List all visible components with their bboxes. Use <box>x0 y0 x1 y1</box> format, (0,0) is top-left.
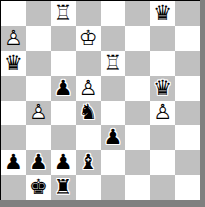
square-d8[interactable] <box>76 1 101 26</box>
square-h4[interactable] <box>175 101 200 126</box>
white-pawn-icon: ♟♙ <box>153 102 172 123</box>
square-f6[interactable] <box>125 51 150 76</box>
square-d3[interactable] <box>76 125 101 150</box>
square-e4[interactable] <box>101 101 126 126</box>
square-d1[interactable] <box>76 175 101 200</box>
square-h3[interactable] <box>175 125 200 150</box>
square-e6[interactable]: ♜♖ <box>101 51 126 76</box>
square-c6[interactable] <box>51 51 76 76</box>
black-queen-icon: ♛ <box>153 78 172 99</box>
square-f8[interactable] <box>125 1 150 26</box>
square-f2[interactable] <box>125 150 150 175</box>
square-h1[interactable] <box>175 175 200 200</box>
board-frame: ♜♖♛♟♙♚♔♛♜♖♟♟♙♛♟♙♞♟♙♟♟♟♟♝♚♜ <box>0 0 205 207</box>
square-c8[interactable]: ♜♖ <box>51 1 76 26</box>
square-b7[interactable] <box>26 26 51 51</box>
square-a5[interactable] <box>1 76 26 101</box>
black-knight-icon: ♞ <box>79 102 98 123</box>
square-a3[interactable] <box>1 125 26 150</box>
black-pawn-icon: ♟ <box>54 78 73 99</box>
square-f3[interactable] <box>125 125 150 150</box>
square-b8[interactable] <box>26 1 51 26</box>
square-e1[interactable] <box>101 175 126 200</box>
square-b5[interactable] <box>26 76 51 101</box>
square-b1[interactable]: ♚ <box>26 175 51 200</box>
black-pawn-icon: ♟ <box>54 152 73 173</box>
square-g1[interactable] <box>150 175 175 200</box>
square-f5[interactable] <box>125 76 150 101</box>
square-f4[interactable] <box>125 101 150 126</box>
white-pawn-icon: ♟♙ <box>4 28 23 49</box>
black-pawn-icon: ♟ <box>29 152 48 173</box>
square-a4[interactable] <box>1 101 26 126</box>
square-e8[interactable] <box>101 1 126 26</box>
black-bishop-icon: ♝ <box>79 152 98 173</box>
square-a1[interactable] <box>1 175 26 200</box>
square-a8[interactable] <box>1 1 26 26</box>
square-c2[interactable]: ♟ <box>51 150 76 175</box>
square-c1[interactable]: ♜ <box>51 175 76 200</box>
white-rook-icon: ♜♖ <box>54 3 73 24</box>
white-pawn-icon: ♟♙ <box>29 102 48 123</box>
black-queen-icon: ♛ <box>153 3 172 24</box>
square-e7[interactable] <box>101 26 126 51</box>
black-king-icon: ♚ <box>29 177 48 198</box>
square-g4[interactable]: ♟♙ <box>150 101 175 126</box>
square-f1[interactable] <box>125 175 150 200</box>
square-d5[interactable]: ♟♙ <box>76 76 101 101</box>
square-a7[interactable]: ♟♙ <box>1 26 26 51</box>
black-queen-icon: ♛ <box>4 53 23 74</box>
square-g7[interactable] <box>150 26 175 51</box>
square-c4[interactable] <box>51 101 76 126</box>
square-b6[interactable] <box>26 51 51 76</box>
square-h8[interactable] <box>175 1 200 26</box>
square-g8[interactable]: ♛ <box>150 1 175 26</box>
square-h7[interactable] <box>175 26 200 51</box>
white-king-icon: ♚♔ <box>79 28 98 49</box>
square-c5[interactable]: ♟ <box>51 76 76 101</box>
chess-board: ♜♖♛♟♙♚♔♛♜♖♟♟♙♛♟♙♞♟♙♟♟♟♟♝♚♜ <box>0 0 200 200</box>
white-pawn-icon: ♟♙ <box>79 78 98 99</box>
square-b3[interactable] <box>26 125 51 150</box>
square-a2[interactable]: ♟ <box>1 150 26 175</box>
square-d7[interactable]: ♚♔ <box>76 26 101 51</box>
square-e5[interactable] <box>101 76 126 101</box>
black-pawn-icon: ♟ <box>4 152 23 173</box>
square-d2[interactable]: ♝ <box>76 150 101 175</box>
square-h2[interactable] <box>175 150 200 175</box>
square-b4[interactable]: ♟♙ <box>26 101 51 126</box>
square-d4[interactable]: ♞ <box>76 101 101 126</box>
square-g2[interactable] <box>150 150 175 175</box>
square-h6[interactable] <box>175 51 200 76</box>
black-pawn-icon: ♟ <box>104 127 123 148</box>
black-rook-icon: ♜ <box>54 177 73 198</box>
square-c3[interactable] <box>51 125 76 150</box>
square-f7[interactable] <box>125 26 150 51</box>
square-c7[interactable] <box>51 26 76 51</box>
square-g5[interactable]: ♛ <box>150 76 175 101</box>
square-e2[interactable] <box>101 150 126 175</box>
square-g3[interactable] <box>150 125 175 150</box>
square-g6[interactable] <box>150 51 175 76</box>
square-d6[interactable] <box>76 51 101 76</box>
white-rook-icon: ♜♖ <box>104 53 123 74</box>
square-a6[interactable]: ♛ <box>1 51 26 76</box>
square-e3[interactable]: ♟ <box>101 125 126 150</box>
square-b2[interactable]: ♟ <box>26 150 51 175</box>
square-h5[interactable] <box>175 76 200 101</box>
